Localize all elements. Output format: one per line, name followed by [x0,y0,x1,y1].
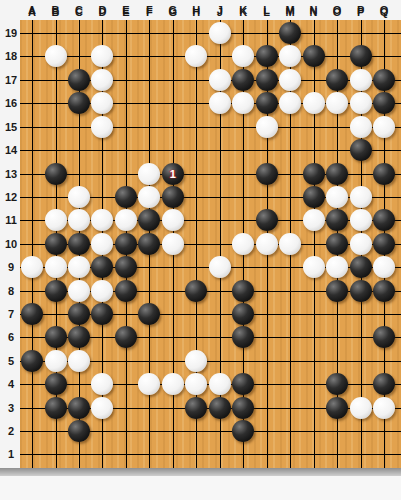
stone-black-G13[interactable]: 1 [162,163,184,185]
stone-black-O8[interactable] [326,280,348,302]
stone-white-B5[interactable] [45,350,67,372]
stone-white-C11[interactable] [68,209,90,231]
stone-white-Q9[interactable] [373,256,395,278]
stone-white-C5[interactable] [68,350,90,372]
stone-white-P17[interactable] [350,69,372,91]
row-label-14: 14 [5,144,17,156]
stone-white-D8[interactable] [91,280,113,302]
stone-white-G4[interactable] [162,373,184,395]
stone-black-D9[interactable] [91,256,113,278]
stone-white-J19[interactable] [209,22,231,44]
stone-black-N12[interactable] [303,186,325,208]
stone-black-K7[interactable] [232,303,254,325]
col-label-bottom-C: C [75,6,83,18]
stone-white-P15[interactable] [350,116,372,138]
stone-black-C16[interactable] [68,92,90,114]
stone-black-K17[interactable] [232,69,254,91]
col-label-bottom-F: F [146,6,153,18]
stone-white-K16[interactable] [232,92,254,114]
stone-white-P3[interactable] [350,397,372,419]
stone-black-Q8[interactable] [373,280,395,302]
row-label-2: 2 [8,425,14,437]
stone-black-N13[interactable] [303,163,325,185]
stone-white-D3[interactable] [91,397,113,419]
row-label-8: 8 [8,285,14,297]
stone-black-C17[interactable] [68,69,90,91]
stone-black-Q17[interactable] [373,69,395,91]
stone-white-N16[interactable] [303,92,325,114]
move-number-label: 1 [162,163,184,185]
stone-white-L15[interactable] [256,116,278,138]
stone-white-P12[interactable] [350,186,372,208]
stone-black-A5[interactable] [21,350,43,372]
col-label-bottom-H: H [192,6,200,18]
grid-line-horizontal [20,150,401,151]
row-labels-left: 19181716151413121110987654321 [0,20,20,468]
stone-white-C9[interactable] [68,256,90,278]
col-label-bottom-J: J [217,6,223,18]
stone-black-F11[interactable] [138,209,160,231]
stone-black-C2[interactable] [68,420,90,442]
col-label-bottom-G: G [169,6,178,18]
stone-black-B6[interactable] [45,326,67,348]
col-label-bottom-B: B [52,6,60,18]
stone-black-Q11[interactable] [373,209,395,231]
stone-black-C7[interactable] [68,303,90,325]
stone-white-A9[interactable] [21,256,43,278]
stone-white-H5[interactable] [185,350,207,372]
stone-white-J9[interactable] [209,256,231,278]
stone-white-O9[interactable] [326,256,348,278]
row-label-3: 3 [8,402,14,414]
stone-black-E12[interactable] [115,186,137,208]
stone-white-N9[interactable] [303,256,325,278]
stone-black-O13[interactable] [326,163,348,185]
go-board[interactable]: 1 [20,20,401,468]
stone-white-Q15[interactable] [373,116,395,138]
stone-black-G12[interactable] [162,186,184,208]
stone-white-P11[interactable] [350,209,372,231]
stone-white-D4[interactable] [91,373,113,395]
stone-black-Q13[interactable] [373,163,395,185]
stone-white-F4[interactable] [138,373,160,395]
stone-white-K10[interactable] [232,233,254,255]
stone-black-O10[interactable] [326,233,348,255]
stone-white-P16[interactable] [350,92,372,114]
stone-black-L16[interactable] [256,92,278,114]
stone-white-Q3[interactable] [373,397,395,419]
col-label-bottom-E: E [122,6,129,18]
stone-white-N11[interactable] [303,209,325,231]
row-label-11: 11 [5,214,17,226]
stone-white-O16[interactable] [326,92,348,114]
stone-black-E8[interactable] [115,280,137,302]
stone-black-P14[interactable] [350,139,372,161]
row-label-12: 12 [5,191,17,203]
row-label-7: 7 [8,308,14,320]
stone-white-D17[interactable] [91,69,113,91]
stone-black-K6[interactable] [232,326,254,348]
row-label-19: 19 [5,27,17,39]
stone-black-P8[interactable] [350,280,372,302]
col-label-bottom-L: L [263,6,270,18]
row-label-18: 18 [5,50,17,62]
stone-black-F10[interactable] [138,233,160,255]
stone-white-D11[interactable] [91,209,113,231]
stone-black-K2[interactable] [232,420,254,442]
stone-black-K3[interactable] [232,397,254,419]
stone-black-O11[interactable] [326,209,348,231]
row-label-5: 5 [8,355,14,367]
stone-black-H3[interactable] [185,397,207,419]
stone-white-B9[interactable] [45,256,67,278]
stone-black-Q6[interactable] [373,326,395,348]
stone-black-N18[interactable] [303,45,325,67]
stone-black-L13[interactable] [256,163,278,185]
stone-white-H18[interactable] [185,45,207,67]
stone-white-D18[interactable] [91,45,113,67]
stone-white-M17[interactable] [279,69,301,91]
stone-black-Q4[interactable] [373,373,395,395]
stone-black-B3[interactable] [45,397,67,419]
stone-white-P10[interactable] [350,233,372,255]
stone-black-P9[interactable] [350,256,372,278]
stone-black-O3[interactable] [326,397,348,419]
stone-black-O17[interactable] [326,69,348,91]
stone-black-K4[interactable] [232,373,254,395]
row-label-4: 4 [8,378,14,390]
row-label-9: 9 [8,261,14,273]
stone-black-O4[interactable] [326,373,348,395]
stone-black-Q16[interactable] [373,92,395,114]
stone-white-H4[interactable] [185,373,207,395]
stone-white-F12[interactable] [138,186,160,208]
stone-white-M16[interactable] [279,92,301,114]
stone-white-M18[interactable] [279,45,301,67]
stone-black-L18[interactable] [256,45,278,67]
stone-white-G11[interactable] [162,209,184,231]
stone-black-A7[interactable] [21,303,43,325]
col-label-bottom-O: O [333,6,342,18]
go-board-app: ABCDEFGHJKLMNOPQ 19181716151413121110987… [0,0,401,500]
stone-black-J3[interactable] [209,397,231,419]
col-label-bottom-N: N [310,6,318,18]
stone-black-B13[interactable] [45,163,67,185]
grid-line-horizontal [20,127,401,128]
stone-white-J17[interactable] [209,69,231,91]
grid-line-horizontal [20,454,401,455]
stone-white-G10[interactable] [162,233,184,255]
row-label-17: 17 [5,74,17,86]
stone-white-B11[interactable] [45,209,67,231]
row-label-15: 15 [5,121,17,133]
stone-white-D15[interactable] [91,116,113,138]
col-label-bottom-P: P [357,6,364,18]
stone-white-K18[interactable] [232,45,254,67]
stone-black-D7[interactable] [91,303,113,325]
row-label-16: 16 [5,97,17,109]
stone-white-C12[interactable] [68,186,90,208]
col-label-bottom-M: M [286,6,295,18]
stone-white-J4[interactable] [209,373,231,395]
grid-line-horizontal [20,56,401,57]
stone-white-O12[interactable] [326,186,348,208]
stone-black-C6[interactable] [68,326,90,348]
stone-black-B10[interactable] [45,233,67,255]
stone-white-L10[interactable] [256,233,278,255]
stone-black-L11[interactable] [256,209,278,231]
col-label-bottom-D: D [98,6,106,18]
col-label-bottom-K: K [239,6,247,18]
stone-white-M10[interactable] [279,233,301,255]
row-label-1: 1 [8,448,14,460]
stone-white-D10[interactable] [91,233,113,255]
stone-white-F13[interactable] [138,163,160,185]
stone-black-Q10[interactable] [373,233,395,255]
row-label-10: 10 [5,238,17,250]
stone-black-E10[interactable] [115,233,137,255]
stone-black-M19[interactable] [279,22,301,44]
stone-black-C10[interactable] [68,233,90,255]
stone-black-L17[interactable] [256,69,278,91]
stone-black-C3[interactable] [68,397,90,419]
stone-black-B8[interactable] [45,280,67,302]
stone-white-E11[interactable] [115,209,137,231]
board-bottom-edge [0,468,401,476]
stone-white-B18[interactable] [45,45,67,67]
stone-black-E6[interactable] [115,326,137,348]
col-label-bottom-A: A [28,6,36,18]
stone-black-H8[interactable] [185,280,207,302]
row-label-6: 6 [8,331,14,343]
stone-black-P18[interactable] [350,45,372,67]
stone-black-F7[interactable] [138,303,160,325]
row-label-13: 13 [5,168,17,180]
stone-black-B4[interactable] [45,373,67,395]
stone-black-K8[interactable] [232,280,254,302]
stone-white-C8[interactable] [68,280,90,302]
stone-white-J16[interactable] [209,92,231,114]
col-label-bottom-Q: Q [380,6,389,18]
stone-black-E9[interactable] [115,256,137,278]
stone-white-D16[interactable] [91,92,113,114]
